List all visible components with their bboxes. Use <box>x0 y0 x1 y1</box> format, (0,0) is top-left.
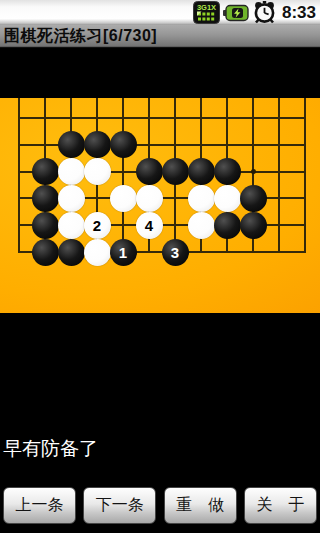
button-row: 上一条 下一条 重 做 关 于 <box>0 487 320 524</box>
white-stone[interactable] <box>188 212 215 239</box>
grid-line-v <box>18 98 20 253</box>
grid-line-v <box>122 98 124 253</box>
black-stone[interactable] <box>188 158 215 185</box>
grid-line-v <box>278 98 280 253</box>
white-stone[interactable] <box>110 185 137 212</box>
white-stone[interactable] <box>188 185 215 212</box>
status-time: 8:33 <box>280 3 318 23</box>
grid-line-h <box>18 117 306 119</box>
black-stone[interactable] <box>32 158 59 185</box>
white-stone[interactable] <box>58 158 85 185</box>
next-problem-button[interactable]: 下一条 <box>83 487 156 524</box>
move-1-stone[interactable]: 1 <box>110 239 137 266</box>
black-stone[interactable] <box>32 185 59 212</box>
hint-text: 早有防备了 <box>3 438 98 460</box>
white-stone[interactable] <box>84 239 111 266</box>
black-stone[interactable] <box>32 239 59 266</box>
white-stone[interactable] <box>136 185 163 212</box>
black-stone[interactable] <box>240 185 267 212</box>
white-stone[interactable] <box>58 212 85 239</box>
black-stone[interactable] <box>58 131 85 158</box>
black-stone[interactable] <box>58 239 85 266</box>
white-stone[interactable] <box>84 158 111 185</box>
black-stone[interactable] <box>214 212 241 239</box>
app-screen: 3G1X 8:33 围棋死活练习[6/730] 2413 早有防备了 <box>0 0 320 533</box>
black-stone[interactable] <box>162 158 189 185</box>
black-stone[interactable] <box>214 158 241 185</box>
about-button[interactable]: 关 于 <box>244 487 317 524</box>
black-stone[interactable] <box>84 131 111 158</box>
svg-text:3G1X: 3G1X <box>197 3 216 12</box>
black-stone[interactable] <box>240 212 267 239</box>
star-point <box>251 169 256 174</box>
move-4-stone[interactable]: 4 <box>136 212 163 239</box>
signal-3g1x-icon: 3G1X <box>193 1 220 24</box>
redo-button[interactable]: 重 做 <box>164 487 237 524</box>
go-board[interactable]: 2413 <box>0 98 320 313</box>
prev-problem-button[interactable]: 上一条 <box>3 487 76 524</box>
move-2-stone[interactable]: 2 <box>84 212 111 239</box>
app-title: 围棋死活练习[6/730] <box>4 26 157 47</box>
white-stone[interactable] <box>58 185 85 212</box>
grid-line-v <box>304 98 306 253</box>
status-bar: 3G1X 8:33 <box>0 0 320 25</box>
white-stone[interactable] <box>214 185 241 212</box>
black-stone[interactable] <box>136 158 163 185</box>
black-stone[interactable] <box>110 131 137 158</box>
move-3-stone[interactable]: 3 <box>162 239 189 266</box>
battery-charging-icon <box>223 3 249 23</box>
alarm-clock-icon <box>252 1 277 24</box>
title-bar: 围棋死活练习[6/730] <box>0 25 320 48</box>
black-stone[interactable] <box>32 212 59 239</box>
